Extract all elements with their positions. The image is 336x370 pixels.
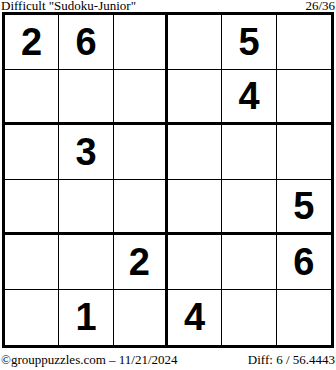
puzzle-counter: 26/36 (305, 0, 336, 12)
cell-r1c5: 5 (222, 15, 276, 70)
cell-r1c3 (114, 15, 168, 70)
cell-r5c3: 2 (114, 235, 168, 290)
cell-r6c3 (114, 290, 168, 345)
cell-r6c2: 1 (59, 290, 113, 345)
cell-r4c1 (5, 180, 59, 235)
cell-r5c5 (222, 235, 276, 290)
header: Difficult "Sudoku-Junior" 26/36 (0, 0, 336, 12)
cell-r2c6 (277, 70, 331, 125)
cell-r6c1 (5, 290, 59, 345)
cell-r4c4 (168, 180, 222, 235)
copyright-text: ©grouppuzzles.com – 11/21/2024 (0, 352, 178, 368)
cell-r3c5 (222, 125, 276, 180)
cell-r2c1 (5, 70, 59, 125)
cell-r2c3 (114, 70, 168, 125)
cell-r1c6 (277, 15, 331, 70)
cell-r4c3 (114, 180, 168, 235)
cell-r1c2: 6 (59, 15, 113, 70)
cell-r2c5: 4 (222, 70, 276, 125)
cell-r6c6 (277, 290, 331, 345)
cell-r2c4 (168, 70, 222, 125)
cell-r5c6: 6 (277, 235, 331, 290)
difficulty-text: Diff: 6 / 56.4443 (248, 352, 336, 368)
cell-r1c1: 2 (5, 15, 59, 70)
cell-r3c3 (114, 125, 168, 180)
cell-r6c5 (222, 290, 276, 345)
cell-r4c5 (222, 180, 276, 235)
sudoku-grid: 2654352614 (2, 12, 334, 348)
cell-r4c2 (59, 180, 113, 235)
cell-r3c4 (168, 125, 222, 180)
footer: ©grouppuzzles.com – 11/21/2024 Diff: 6 /… (0, 352, 336, 368)
cell-r5c2 (59, 235, 113, 290)
cell-r1c4 (168, 15, 222, 70)
cell-r5c1 (5, 235, 59, 290)
cell-r3c1 (5, 125, 59, 180)
cell-r2c2 (59, 70, 113, 125)
cell-r6c4: 4 (168, 290, 222, 345)
cell-r4c6: 5 (277, 180, 331, 235)
cell-r5c4 (168, 235, 222, 290)
page-title: Difficult "Sudoku-Junior" (0, 0, 136, 12)
cell-r3c2: 3 (59, 125, 113, 180)
sudoku-page: Difficult "Sudoku-Junior" 26/36 26543526… (0, 0, 336, 370)
cell-r3c6 (277, 125, 331, 180)
